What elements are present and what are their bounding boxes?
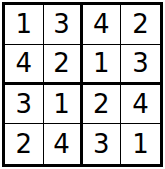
cell-r4c2[interactable]: 4 bbox=[44, 124, 83, 164]
cell-r1c4[interactable]: 2 bbox=[121, 5, 160, 45]
cell-r4c3[interactable]: 3 bbox=[83, 124, 122, 164]
cell-r2c2[interactable]: 2 bbox=[44, 45, 83, 85]
sudoku-board: 1342421331242431 bbox=[2, 2, 163, 167]
cell-r3c2[interactable]: 1 bbox=[44, 85, 83, 125]
cell-r4c1[interactable]: 2 bbox=[5, 124, 44, 164]
cell-r1c2[interactable]: 3 bbox=[44, 5, 83, 45]
cell-r4c4[interactable]: 1 bbox=[121, 124, 160, 164]
cell-r1c3[interactable]: 4 bbox=[83, 5, 122, 45]
cell-r1c1[interactable]: 1 bbox=[5, 5, 44, 45]
cell-r2c4[interactable]: 3 bbox=[121, 45, 160, 85]
cell-r3c4[interactable]: 4 bbox=[121, 85, 160, 125]
cell-r3c3[interactable]: 2 bbox=[83, 85, 122, 125]
sudoku-page: 1342421331242431 bbox=[0, 0, 165, 169]
cell-r2c3[interactable]: 1 bbox=[83, 45, 122, 85]
cell-r2c1[interactable]: 4 bbox=[5, 45, 44, 85]
cell-r3c1[interactable]: 3 bbox=[5, 85, 44, 125]
